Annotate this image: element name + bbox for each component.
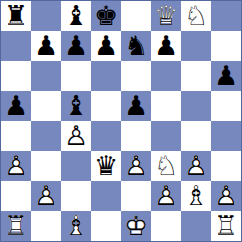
- black-bishop-piece[interactable]: ♝: [61, 1, 91, 31]
- square-c7[interactable]: ♟: [61, 31, 91, 61]
- white-knight-piece[interactable]: ♞♘: [151, 151, 181, 181]
- piece-outline-glyph: ♙: [211, 181, 241, 211]
- square-f5[interactable]: [151, 91, 181, 121]
- square-e5[interactable]: ♟: [121, 91, 151, 121]
- square-h8[interactable]: [211, 1, 241, 31]
- white-rook-piece[interactable]: ♜♖: [1, 211, 31, 241]
- square-h1[interactable]: ♜♖: [211, 211, 241, 241]
- piece-outline-glyph: ♕: [151, 1, 181, 31]
- square-h6[interactable]: ♟: [211, 61, 241, 91]
- black-pawn-piece[interactable]: ♟: [121, 91, 151, 121]
- square-c8[interactable]: ♝: [61, 1, 91, 31]
- square-e3[interactable]: ♟♙: [121, 151, 151, 181]
- square-c3[interactable]: [61, 151, 91, 181]
- square-b2[interactable]: ♟♙: [31, 181, 61, 211]
- white-king-piece[interactable]: ♚♔: [121, 211, 151, 241]
- square-c5[interactable]: ♝: [61, 91, 91, 121]
- black-rook-piece[interactable]: ♜: [1, 1, 31, 31]
- square-d8[interactable]: ♚: [91, 1, 121, 31]
- square-d3[interactable]: ♛: [91, 151, 121, 181]
- piece-outline-glyph: ♙: [181, 151, 211, 181]
- square-g3[interactable]: ♟♙: [181, 151, 211, 181]
- square-g4[interactable]: [181, 121, 211, 151]
- white-pawn-piece[interactable]: ♟♙: [211, 181, 241, 211]
- square-g2[interactable]: ♝♗: [181, 181, 211, 211]
- square-a1[interactable]: ♜♖: [1, 211, 31, 241]
- square-d6[interactable]: [91, 61, 121, 91]
- square-g6[interactable]: [181, 61, 211, 91]
- white-pawn-piece[interactable]: ♟♙: [151, 181, 181, 211]
- square-d2[interactable]: [91, 181, 121, 211]
- piece-outline-glyph: ♖: [1, 211, 31, 241]
- square-e6[interactable]: [121, 61, 151, 91]
- black-queen-piece[interactable]: ♛: [91, 151, 121, 181]
- square-g5[interactable]: [181, 91, 211, 121]
- square-b3[interactable]: [31, 151, 61, 181]
- square-b6[interactable]: [31, 61, 61, 91]
- piece-outline-glyph: ♙: [151, 181, 181, 211]
- piece-outline-glyph: ♙: [121, 151, 151, 181]
- piece-outline-glyph: ♗: [61, 211, 91, 241]
- black-king-piece[interactable]: ♚: [91, 1, 121, 31]
- black-pawn-piece[interactable]: ♟: [151, 31, 181, 61]
- square-g7[interactable]: [181, 31, 211, 61]
- square-e7[interactable]: ♞: [121, 31, 151, 61]
- square-c2[interactable]: [61, 181, 91, 211]
- square-b1[interactable]: [31, 211, 61, 241]
- square-d7[interactable]: ♟: [91, 31, 121, 61]
- square-e8[interactable]: [121, 1, 151, 31]
- square-a8[interactable]: ♜: [1, 1, 31, 31]
- black-pawn-piece[interactable]: ♟: [211, 61, 241, 91]
- piece-outline-glyph: ♗: [181, 181, 211, 211]
- square-f8[interactable]: ♛♕: [151, 1, 181, 31]
- square-h5[interactable]: [211, 91, 241, 121]
- square-c4[interactable]: ♟♙: [61, 121, 91, 151]
- square-h2[interactable]: ♟♙: [211, 181, 241, 211]
- square-f4[interactable]: [151, 121, 181, 151]
- square-h4[interactable]: [211, 121, 241, 151]
- square-c6[interactable]: [61, 61, 91, 91]
- square-a7[interactable]: [1, 31, 31, 61]
- piece-outline-glyph: ♙: [1, 151, 31, 181]
- square-a6[interactable]: [1, 61, 31, 91]
- square-f1[interactable]: [151, 211, 181, 241]
- piece-outline-glyph: ♘: [181, 1, 211, 31]
- square-f3[interactable]: ♞♘: [151, 151, 181, 181]
- piece-outline-glyph: ♔: [121, 211, 151, 241]
- square-e2[interactable]: [121, 181, 151, 211]
- white-bishop-piece[interactable]: ♝♗: [181, 181, 211, 211]
- square-d4[interactable]: [91, 121, 121, 151]
- white-queen-piece[interactable]: ♛♕: [151, 1, 181, 31]
- piece-outline-glyph: ♖: [211, 211, 241, 241]
- square-d5[interactable]: [91, 91, 121, 121]
- square-a3[interactable]: ♟♙: [1, 151, 31, 181]
- white-pawn-piece[interactable]: ♟♙: [121, 151, 151, 181]
- white-pawn-piece[interactable]: ♟♙: [61, 121, 91, 151]
- piece-outline-glyph: ♙: [61, 121, 91, 151]
- piece-outline-glyph: ♙: [31, 181, 61, 211]
- square-b8[interactable]: [31, 1, 61, 31]
- chess-board: ♜♝♚♛♕♞♘♟♟♟♞♟♟♟♝♟♟♙♟♙♛♟♙♞♘♟♙♟♙♟♙♝♗♟♙♜♖♝♗♚…: [0, 0, 242, 242]
- black-pawn-piece[interactable]: ♟: [91, 31, 121, 61]
- white-pawn-piece[interactable]: ♟♙: [31, 181, 61, 211]
- square-g8[interactable]: ♞♘: [181, 1, 211, 31]
- square-a4[interactable]: [1, 121, 31, 151]
- square-a2[interactable]: [1, 181, 31, 211]
- square-d1[interactable]: [91, 211, 121, 241]
- square-f2[interactable]: ♟♙: [151, 181, 181, 211]
- white-pawn-piece[interactable]: ♟♙: [1, 151, 31, 181]
- white-knight-piece[interactable]: ♞♘: [181, 1, 211, 31]
- black-knight-piece[interactable]: ♞: [121, 31, 151, 61]
- white-bishop-piece[interactable]: ♝♗: [61, 211, 91, 241]
- square-f7[interactable]: ♟: [151, 31, 181, 61]
- white-rook-piece[interactable]: ♜♖: [211, 211, 241, 241]
- black-bishop-piece[interactable]: ♝: [61, 91, 91, 121]
- square-b4[interactable]: [31, 121, 61, 151]
- square-a5[interactable]: ♟: [1, 91, 31, 121]
- white-pawn-piece[interactable]: ♟♙: [181, 151, 211, 181]
- black-pawn-piece[interactable]: ♟: [1, 91, 31, 121]
- black-pawn-piece[interactable]: ♟: [61, 31, 91, 61]
- square-b5[interactable]: [31, 91, 61, 121]
- piece-outline-glyph: ♘: [151, 151, 181, 181]
- black-pawn-piece[interactable]: ♟: [31, 31, 61, 61]
- square-g1[interactable]: [181, 211, 211, 241]
- square-h7[interactable]: [211, 31, 241, 61]
- square-c1[interactable]: ♝♗: [61, 211, 91, 241]
- square-e1[interactable]: ♚♔: [121, 211, 151, 241]
- square-b7[interactable]: ♟: [31, 31, 61, 61]
- square-h3[interactable]: [211, 151, 241, 181]
- square-f6[interactable]: [151, 61, 181, 91]
- square-e4[interactable]: [121, 121, 151, 151]
